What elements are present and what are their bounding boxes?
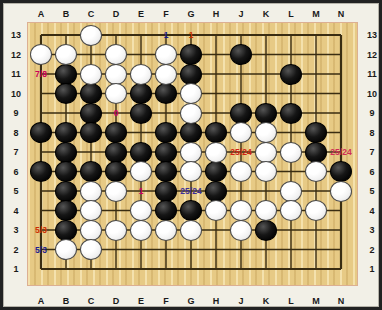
stone-black-B8[interactable] xyxy=(55,122,77,143)
coord-bottom-A: A xyxy=(31,295,51,307)
coord-left-11: 11 xyxy=(6,68,26,80)
coord-top-J: J xyxy=(231,8,251,20)
coord-right-2: 2 xyxy=(362,244,382,256)
coord-bottom-J: J xyxy=(231,295,251,307)
stone-black-C6[interactable] xyxy=(80,161,102,182)
stone-black-K3[interactable] xyxy=(255,220,277,241)
stone-white-C2[interactable] xyxy=(80,239,102,260)
stone-white-H4[interactable] xyxy=(205,200,227,221)
stone-white-D3[interactable] xyxy=(105,220,127,241)
coord-bottom-K: K xyxy=(256,295,276,307)
coord-top-H: H xyxy=(206,8,226,20)
coord-top-N: N xyxy=(331,8,351,20)
coord-bottom-N: N xyxy=(331,295,351,307)
stone-white-J8[interactable] xyxy=(230,122,252,143)
coord-left-12: 12 xyxy=(6,49,26,61)
stone-white-J3[interactable] xyxy=(230,220,252,241)
coord-left-2: 2 xyxy=(6,244,26,256)
stone-white-K7[interactable] xyxy=(255,142,277,163)
coord-bottom-D: D xyxy=(106,295,126,307)
stone-black-A6[interactable] xyxy=(30,161,52,182)
coord-right-4: 4 xyxy=(362,205,382,217)
coord-right-3: 3 xyxy=(362,224,382,236)
stone-black-H5[interactable] xyxy=(205,181,227,202)
stone-black-N6[interactable] xyxy=(330,161,352,182)
stone-black-K9[interactable] xyxy=(255,103,277,124)
stone-white-G9[interactable] xyxy=(180,103,202,124)
stone-white-L5[interactable] xyxy=(280,181,302,202)
coord-top-G: G xyxy=(181,8,201,20)
go-board-window: AABBCCDDEEFFGGHHJJKKLLMMNN13131212111110… xyxy=(0,0,382,310)
stone-black-E7[interactable] xyxy=(130,142,152,163)
stone-black-F6[interactable] xyxy=(155,161,177,182)
stone-white-D12[interactable] xyxy=(105,44,127,65)
stone-black-A8[interactable] xyxy=(30,122,52,143)
coord-bottom-M: M xyxy=(306,295,326,307)
stone-white-G7[interactable] xyxy=(180,142,202,163)
stone-black-F4[interactable] xyxy=(155,200,177,221)
coord-right-10: 10 xyxy=(362,88,382,100)
stone-white-F11[interactable] xyxy=(155,64,177,85)
coord-bottom-B: B xyxy=(56,295,76,307)
stone-white-C3[interactable] xyxy=(80,220,102,241)
coord-right-8: 8 xyxy=(362,127,382,139)
stone-white-L7[interactable] xyxy=(280,142,302,163)
coord-left-9: 9 xyxy=(6,107,26,119)
stone-black-B4[interactable] xyxy=(55,200,77,221)
stone-white-C4[interactable] xyxy=(80,200,102,221)
stone-white-C5[interactable] xyxy=(80,181,102,202)
coord-left-5: 5 xyxy=(6,185,26,197)
stone-black-F10[interactable] xyxy=(155,83,177,104)
stone-white-J4[interactable] xyxy=(230,200,252,221)
stone-white-F3[interactable] xyxy=(155,220,177,241)
coord-left-6: 6 xyxy=(6,166,26,178)
coord-left-10: 10 xyxy=(6,88,26,100)
coord-right-9: 9 xyxy=(362,107,382,119)
stone-black-F5[interactable] xyxy=(155,181,177,202)
stone-black-B10[interactable] xyxy=(55,83,77,104)
coord-left-13: 13 xyxy=(6,29,26,41)
stone-white-E6[interactable] xyxy=(130,161,152,182)
stone-black-C9[interactable] xyxy=(80,103,102,124)
coord-bottom-H: H xyxy=(206,295,226,307)
coord-top-A: A xyxy=(31,8,51,20)
stone-black-E10[interactable] xyxy=(130,83,152,104)
stone-black-H8[interactable] xyxy=(205,122,227,143)
stone-white-B12[interactable] xyxy=(55,44,77,65)
stone-white-A12[interactable] xyxy=(30,44,52,65)
stone-black-B6[interactable] xyxy=(55,161,77,182)
stone-white-K8[interactable] xyxy=(255,122,277,143)
coord-top-D: D xyxy=(106,8,126,20)
stone-black-B5[interactable] xyxy=(55,181,77,202)
coord-top-F: F xyxy=(156,8,176,20)
coord-right-13: 13 xyxy=(362,29,382,41)
stone-white-C11[interactable] xyxy=(80,64,102,85)
stone-white-D10[interactable] xyxy=(105,83,127,104)
coord-right-5: 5 xyxy=(362,185,382,197)
coord-top-L: L xyxy=(281,8,301,20)
stone-white-H7[interactable] xyxy=(205,142,227,163)
coord-top-C: C xyxy=(81,8,101,20)
coord-top-K: K xyxy=(256,8,276,20)
stone-black-G12[interactable] xyxy=(180,44,202,65)
coord-right-1: 1 xyxy=(362,263,382,275)
stone-black-H6[interactable] xyxy=(205,161,227,182)
coord-bottom-E: E xyxy=(131,295,151,307)
stone-black-F8[interactable] xyxy=(155,122,177,143)
stone-white-J6[interactable] xyxy=(230,161,252,182)
stone-black-E9[interactable] xyxy=(130,103,152,124)
coord-right-11: 11 xyxy=(362,68,382,80)
coord-right-6: 6 xyxy=(362,166,382,178)
stone-white-C13[interactable] xyxy=(80,25,102,46)
stone-white-M6[interactable] xyxy=(305,161,327,182)
coord-right-12: 12 xyxy=(362,49,382,61)
stone-black-G11[interactable] xyxy=(180,64,202,85)
stone-black-C10[interactable] xyxy=(80,83,102,104)
coord-bottom-L: L xyxy=(281,295,301,307)
coord-top-M: M xyxy=(306,8,326,20)
stone-white-K4[interactable] xyxy=(255,200,277,221)
stone-black-B7[interactable] xyxy=(55,142,77,163)
coord-bottom-F: F xyxy=(156,295,176,307)
stone-white-G3[interactable] xyxy=(180,220,202,241)
coord-left-4: 4 xyxy=(6,205,26,217)
stone-black-D8[interactable] xyxy=(105,122,127,143)
coord-left-8: 8 xyxy=(6,127,26,139)
stone-black-C8[interactable] xyxy=(80,122,102,143)
coord-right-7: 7 xyxy=(362,146,382,158)
stone-black-J12[interactable] xyxy=(230,44,252,65)
coord-bottom-G: G xyxy=(181,295,201,307)
stone-white-M4[interactable] xyxy=(305,200,327,221)
stone-white-E4[interactable] xyxy=(130,200,152,221)
stone-black-J9[interactable] xyxy=(230,103,252,124)
coord-left-3: 3 xyxy=(6,224,26,236)
stone-black-G4[interactable] xyxy=(180,200,202,221)
stone-white-E3[interactable] xyxy=(130,220,152,241)
coord-bottom-C: C xyxy=(81,295,101,307)
stone-black-B3[interactable] xyxy=(55,220,77,241)
stone-black-B11[interactable] xyxy=(55,64,77,85)
coord-top-B: B xyxy=(56,8,76,20)
stone-black-M7[interactable] xyxy=(305,142,327,163)
stone-black-G8[interactable] xyxy=(180,122,202,143)
stone-white-F12[interactable] xyxy=(155,44,177,65)
stone-black-L9[interactable] xyxy=(280,103,302,124)
stone-white-L4[interactable] xyxy=(280,200,302,221)
stone-black-F7[interactable] xyxy=(155,142,177,163)
stone-white-D11[interactable] xyxy=(105,64,127,85)
stone-black-D7[interactable] xyxy=(105,142,127,163)
stone-white-D5[interactable] xyxy=(105,181,127,202)
stone-white-K6[interactable] xyxy=(255,161,277,182)
stone-black-L11[interactable] xyxy=(280,64,302,85)
stone-white-G10[interactable] xyxy=(180,83,202,104)
coord-left-1: 1 xyxy=(6,263,26,275)
stone-white-N5[interactable] xyxy=(330,181,352,202)
stone-black-D6[interactable] xyxy=(105,161,127,182)
stone-white-B2[interactable] xyxy=(55,239,77,260)
stone-white-E11[interactable] xyxy=(130,64,152,85)
stone-black-M8[interactable] xyxy=(305,122,327,143)
coord-top-E: E xyxy=(131,8,151,20)
stone-white-G6[interactable] xyxy=(180,161,202,182)
coord-left-7: 7 xyxy=(6,146,26,158)
